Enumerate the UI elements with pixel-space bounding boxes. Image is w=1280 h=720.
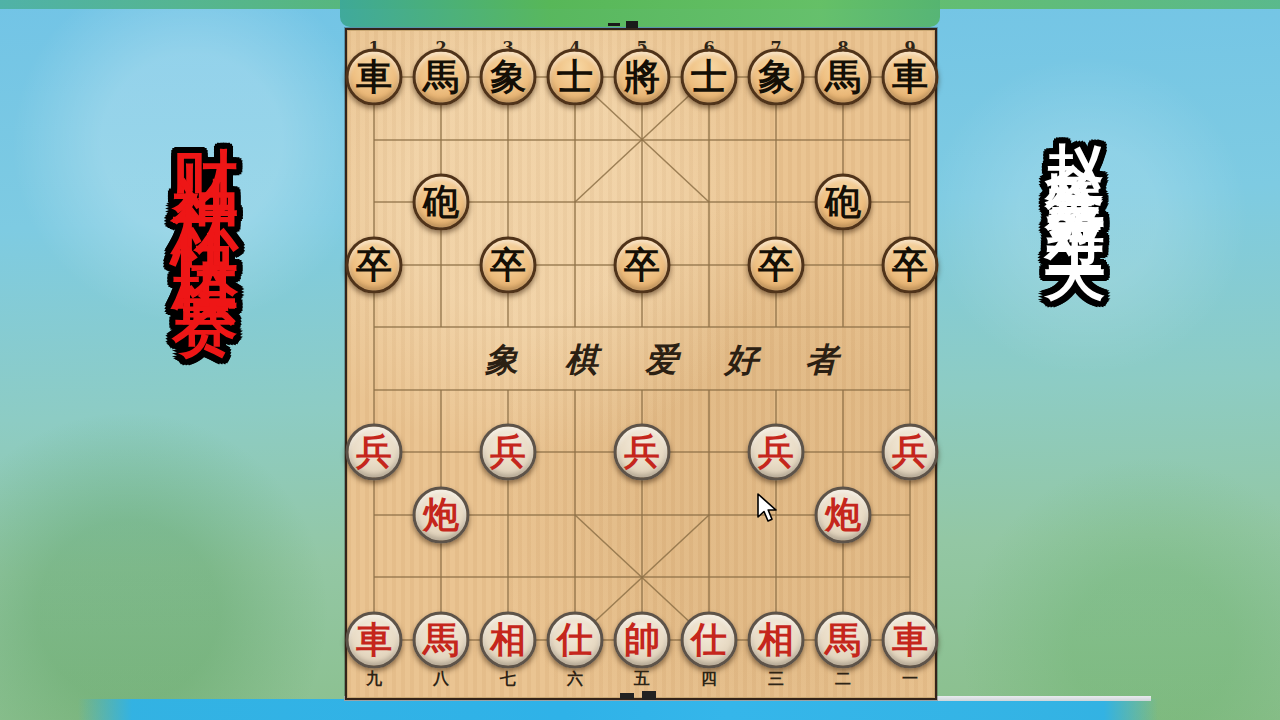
- coord-bottom-1: 九: [366, 671, 382, 687]
- piece-black-elephant[interactable]: 象: [748, 49, 805, 106]
- piece-red-cannon[interactable]: 炮: [815, 487, 872, 544]
- piece-red-soldier[interactable]: 兵: [614, 424, 671, 481]
- piece-black-general[interactable]: 將: [614, 49, 671, 106]
- piece-black-soldier[interactable]: 卒: [480, 237, 537, 294]
- xiangqi-board[interactable]: 123456789 九八七六五四三二一 象棋爱好者 車馬象士將士象馬車砲砲卒卒卒…: [345, 28, 937, 700]
- piece-black-soldier[interactable]: 卒: [882, 237, 939, 294]
- coord-bottom-2: 八: [433, 671, 449, 687]
- piece-black-rook[interactable]: 車: [882, 49, 939, 106]
- piece-red-advisor[interactable]: 仕: [681, 612, 738, 669]
- piece-red-cannon[interactable]: 炮: [413, 487, 470, 544]
- mouse-cursor: [755, 493, 781, 523]
- piece-black-soldier[interactable]: 卒: [748, 237, 805, 294]
- piece-black-cannon[interactable]: 砲: [815, 174, 872, 231]
- piece-black-rook[interactable]: 車: [346, 49, 403, 106]
- piece-red-advisor[interactable]: 仕: [547, 612, 604, 669]
- river-text: 象棋爱好者: [485, 338, 885, 383]
- piece-red-general[interactable]: 帥: [614, 612, 671, 669]
- piece-red-soldier[interactable]: 兵: [748, 424, 805, 481]
- piece-red-horse[interactable]: 馬: [815, 612, 872, 669]
- piece-red-rook[interactable]: 車: [882, 612, 939, 669]
- coord-bottom-7: 三: [768, 671, 784, 687]
- coord-bottom-8: 二: [835, 671, 851, 687]
- cutoff-marks-top: [606, 20, 642, 28]
- piece-black-horse[interactable]: 馬: [413, 49, 470, 106]
- coord-bottom-4: 六: [567, 671, 583, 687]
- piece-red-soldier[interactable]: 兵: [480, 424, 537, 481]
- coord-bottom-3: 七: [500, 671, 516, 687]
- piece-red-soldier[interactable]: 兵: [346, 424, 403, 481]
- piece-black-soldier[interactable]: 卒: [614, 237, 671, 294]
- piece-black-cannon[interactable]: 砲: [413, 174, 470, 231]
- piece-black-horse[interactable]: 馬: [815, 49, 872, 106]
- event-title-banner: 财神杯快棋赛: [172, 94, 238, 262]
- coord-bottom-6: 四: [701, 671, 717, 687]
- piece-black-advisor[interactable]: 士: [681, 49, 738, 106]
- piece-black-elephant[interactable]: 象: [480, 49, 537, 106]
- coord-bottom-9: 一: [902, 671, 918, 687]
- players-banner: 赵鑫鑫对王天一: [1046, 94, 1106, 241]
- cutoff-marks-bottom: [618, 691, 664, 700]
- coord-bottom-5: 五: [634, 671, 650, 687]
- piece-black-advisor[interactable]: 士: [547, 49, 604, 106]
- background-bottom-blue-band: [78, 699, 1158, 720]
- piece-red-soldier[interactable]: 兵: [882, 424, 939, 481]
- piece-black-soldier[interactable]: 卒: [346, 237, 403, 294]
- piece-red-elephant[interactable]: 相: [480, 612, 537, 669]
- piece-red-rook[interactable]: 車: [346, 612, 403, 669]
- piece-red-horse[interactable]: 馬: [413, 612, 470, 669]
- piece-red-elephant[interactable]: 相: [748, 612, 805, 669]
